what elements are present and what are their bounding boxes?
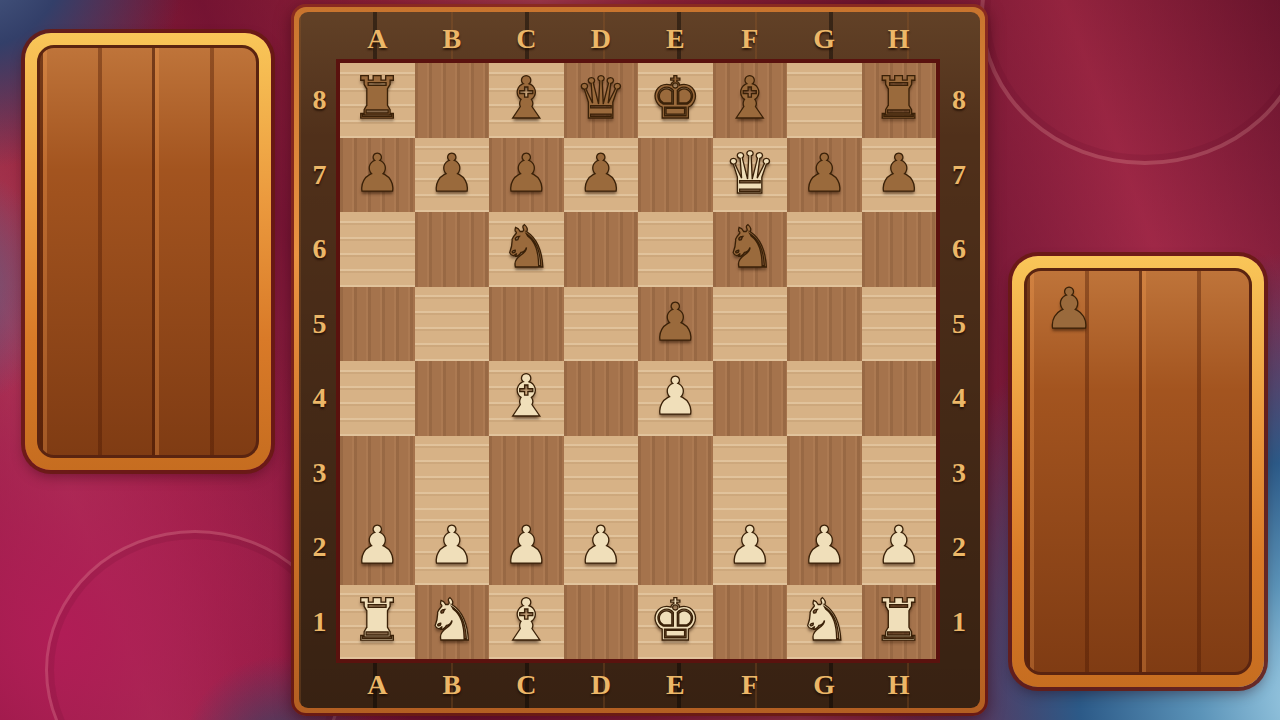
square-b2[interactable]: ♟ [415, 510, 490, 585]
file-label-bottom-a: A [340, 664, 415, 706]
square-f3[interactable] [713, 436, 788, 511]
square-e6[interactable] [638, 212, 713, 287]
rank-label-right-3: 3 [936, 436, 980, 511]
square-g8[interactable] [787, 63, 862, 138]
square-c7[interactable]: ♟ [489, 138, 564, 213]
rank-labels-left: 87654321 [299, 63, 340, 659]
rank-label-left-7: 7 [299, 138, 340, 213]
square-b3[interactable] [415, 436, 490, 511]
rank-label-left-2: 2 [299, 510, 340, 585]
board-frame: ABCDEFGH ABCDEFGH 87654321 87654321 ♜♝♛♚… [299, 12, 980, 708]
captured-pieces-tray-left [25, 33, 271, 470]
square-d4[interactable] [564, 361, 639, 436]
square-g1[interactable]: ♞ [787, 585, 862, 660]
rank-label-right-5: 5 [936, 287, 980, 362]
file-label-top-a: A [340, 18, 415, 60]
square-h6[interactable] [862, 212, 937, 287]
file-labels-bottom: ABCDEFGH [340, 664, 936, 706]
square-h1[interactable]: ♜ [862, 585, 937, 660]
file-label-top-e: E [638, 18, 713, 60]
white-rook[interactable]: ♜ [873, 591, 925, 649]
square-c1[interactable]: ♝ [489, 585, 564, 660]
square-c4[interactable]: ♝ [489, 361, 564, 436]
tray-wood-surface [37, 45, 259, 458]
square-f1[interactable] [713, 585, 788, 660]
file-label-bottom-e: E [638, 664, 713, 706]
square-d5[interactable] [564, 287, 639, 362]
square-b7[interactable]: ♟ [415, 138, 490, 213]
rank-label-right-1: 1 [936, 585, 980, 660]
square-f6[interactable]: ♞ [713, 212, 788, 287]
black-pawn[interactable]: ♟ [652, 296, 699, 348]
rank-label-left-3: 3 [299, 436, 340, 511]
file-label-bottom-f: F [713, 664, 788, 706]
square-c5[interactable] [489, 287, 564, 362]
black-queen[interactable]: ♛ [575, 69, 627, 127]
rank-label-right-2: 2 [936, 510, 980, 585]
square-a2[interactable]: ♟ [340, 510, 415, 585]
square-g7[interactable]: ♟ [787, 138, 862, 213]
square-c2[interactable]: ♟ [489, 510, 564, 585]
board-rim: ABCDEFGH ABCDEFGH 87654321 87654321 ♜♝♛♚… [294, 7, 985, 713]
square-a7[interactable]: ♟ [340, 138, 415, 213]
file-label-top-f: F [713, 18, 788, 60]
black-pawn[interactable]: ♟ [577, 147, 624, 199]
white-pawn[interactable]: ♟ [652, 370, 699, 422]
square-b1[interactable]: ♞ [415, 585, 490, 660]
square-g5[interactable] [787, 287, 862, 362]
white-pawn[interactable]: ♟ [354, 519, 401, 571]
file-label-top-g: G [787, 18, 862, 60]
square-c3[interactable] [489, 436, 564, 511]
square-a3[interactable] [340, 436, 415, 511]
square-e4[interactable]: ♟ [638, 361, 713, 436]
white-knight[interactable]: ♞ [426, 591, 478, 649]
square-h7[interactable]: ♟ [862, 138, 937, 213]
file-label-bottom-c: C [489, 664, 564, 706]
square-f2[interactable]: ♟ [713, 510, 788, 585]
square-g6[interactable] [787, 212, 862, 287]
black-rook[interactable]: ♜ [873, 69, 925, 127]
square-h3[interactable] [862, 436, 937, 511]
white-pawn[interactable]: ♟ [503, 519, 550, 571]
white-pawn[interactable]: ♟ [801, 519, 848, 571]
file-label-bottom-h: H [862, 664, 937, 706]
square-g3[interactable] [787, 436, 862, 511]
black-knight[interactable]: ♞ [724, 218, 776, 276]
captured-pieces-tray-right: ♟ [1012, 256, 1264, 687]
square-f8[interactable]: ♝ [713, 63, 788, 138]
square-d7[interactable]: ♟ [564, 138, 639, 213]
file-label-bottom-b: B [415, 664, 490, 706]
black-bishop[interactable]: ♝ [724, 69, 776, 127]
file-label-top-d: D [564, 18, 639, 60]
square-a5[interactable] [340, 287, 415, 362]
rank-label-right-7: 7 [936, 138, 980, 213]
rank-label-left-8: 8 [299, 63, 340, 138]
square-h2[interactable]: ♟ [862, 510, 937, 585]
square-d6[interactable] [564, 212, 639, 287]
black-bishop[interactable]: ♝ [500, 69, 552, 127]
square-b5[interactable] [415, 287, 490, 362]
square-h4[interactable] [862, 361, 937, 436]
square-e1[interactable]: ♚ [638, 585, 713, 660]
rank-labels-right: 87654321 [936, 63, 980, 659]
square-b4[interactable] [415, 361, 490, 436]
white-queen[interactable]: ♛ [724, 144, 776, 202]
black-pawn[interactable]: ♟ [503, 147, 550, 199]
square-d1[interactable] [564, 585, 639, 660]
square-e2[interactable] [638, 510, 713, 585]
square-b6[interactable] [415, 212, 490, 287]
square-g4[interactable] [787, 361, 862, 436]
black-pawn[interactable]: ♟ [428, 147, 475, 199]
square-a8[interactable]: ♜ [340, 63, 415, 138]
white-bishop[interactable]: ♝ [500, 591, 552, 649]
white-pawn[interactable]: ♟ [428, 519, 475, 571]
square-c8[interactable]: ♝ [489, 63, 564, 138]
white-pawn[interactable]: ♟ [726, 519, 773, 571]
square-g2[interactable]: ♟ [787, 510, 862, 585]
rank-label-left-6: 6 [299, 212, 340, 287]
rank-label-left-1: 1 [299, 585, 340, 660]
file-label-top-b: B [415, 18, 490, 60]
captured-black-pawn: ♟ [1037, 281, 1101, 337]
chess-board-panel: ABCDEFGH ABCDEFGH 87654321 87654321 ♜♝♛♚… [291, 4, 988, 716]
black-king[interactable]: ♚ [649, 69, 701, 127]
square-e5[interactable]: ♟ [638, 287, 713, 362]
square-f7[interactable]: ♛ [713, 138, 788, 213]
white-pawn[interactable]: ♟ [875, 519, 922, 571]
tray-wood-surface: ♟ [1024, 268, 1252, 675]
file-label-top-h: H [862, 18, 937, 60]
square-h5[interactable] [862, 287, 937, 362]
square-d8[interactable]: ♛ [564, 63, 639, 138]
black-knight[interactable]: ♞ [500, 218, 552, 276]
black-pawn[interactable]: ♟ [875, 147, 922, 199]
square-a1[interactable]: ♜ [340, 585, 415, 660]
square-e7[interactable] [638, 138, 713, 213]
square-f5[interactable] [713, 287, 788, 362]
file-label-bottom-d: D [564, 664, 639, 706]
white-knight[interactable]: ♞ [798, 591, 850, 649]
file-labels-top: ABCDEFGH [340, 18, 936, 60]
square-f4[interactable] [713, 361, 788, 436]
square-h8[interactable]: ♜ [862, 63, 937, 138]
square-e8[interactable]: ♚ [638, 63, 713, 138]
black-pawn[interactable]: ♟ [354, 147, 401, 199]
white-king[interactable]: ♚ [649, 591, 701, 649]
square-c6[interactable]: ♞ [489, 212, 564, 287]
black-pawn[interactable]: ♟ [801, 147, 848, 199]
rank-label-right-6: 6 [936, 212, 980, 287]
white-pawn[interactable]: ♟ [577, 519, 624, 571]
file-label-top-c: C [489, 18, 564, 60]
file-label-bottom-g: G [787, 664, 862, 706]
square-d2[interactable]: ♟ [564, 510, 639, 585]
square-e3[interactable] [638, 436, 713, 511]
black-rook[interactable]: ♜ [351, 69, 403, 127]
square-a4[interactable] [340, 361, 415, 436]
rank-label-right-4: 4 [936, 361, 980, 436]
square-a6[interactable] [340, 212, 415, 287]
white-rook[interactable]: ♜ [351, 591, 403, 649]
rank-label-left-5: 5 [299, 287, 340, 362]
chess-board: ♜♝♛♚♝♜♟♟♟♟♛♟♟♞♞♟♝♟♟♟♟♟♟♟♟♜♞♝♚♞♜ [340, 63, 936, 659]
square-b8[interactable] [415, 63, 490, 138]
square-d3[interactable] [564, 436, 639, 511]
rank-label-right-8: 8 [936, 63, 980, 138]
white-bishop[interactable]: ♝ [500, 367, 552, 425]
rank-label-left-4: 4 [299, 361, 340, 436]
fabric-emboss-arc [980, 0, 1280, 165]
